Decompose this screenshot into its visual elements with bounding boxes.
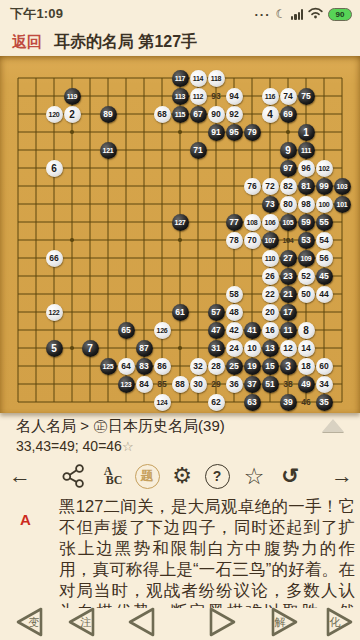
favorite-star-icon[interactable]: ☆ (240, 458, 268, 494)
stone-8: 8 (298, 322, 315, 339)
stone-44: 44 (316, 286, 333, 303)
stone-68: 68 (154, 106, 171, 123)
stone-75: 75 (298, 88, 315, 105)
letters-abc-icon[interactable]: ABC (100, 458, 128, 494)
stone-35: 35 (316, 394, 333, 411)
stone-72: 72 (262, 178, 279, 195)
stone-106: 106 (262, 214, 279, 231)
toolbar: ← ABC 题 ⚙ ? ☆ ↺ → (0, 458, 360, 494)
captured-marker-85: 85 (153, 376, 171, 393)
stone-36: 36 (226, 376, 243, 393)
stone-77: 77 (226, 214, 243, 231)
stone-91: 91 (208, 124, 225, 141)
stone-2: 2 (64, 106, 81, 123)
stone-39: 39 (280, 394, 297, 411)
captured-marker-29: 29 (207, 376, 225, 393)
prev-arrow-button[interactable]: ← (6, 458, 34, 494)
stone-89: 89 (100, 106, 117, 123)
stone-17: 17 (280, 304, 297, 321)
stone-103: 103 (334, 178, 351, 195)
status-icons: ··· ☾ 90 (254, 5, 352, 23)
captured-marker-46: 46 (297, 394, 315, 411)
stone-15: 15 (262, 358, 279, 375)
help-icon[interactable]: ? (203, 458, 231, 494)
info-panel: 名人名局 > ㊣日本历史名局(39) 33,43=49; 40=46☆ (0, 413, 360, 458)
stone-123: 123 (118, 376, 135, 393)
stone-4: 4 (262, 106, 279, 123)
stone-112: 112 (190, 88, 207, 105)
stone-20: 20 (262, 304, 279, 321)
stone-90: 90 (208, 106, 225, 123)
stone-52: 52 (298, 268, 315, 285)
stone-47: 47 (208, 322, 225, 339)
stone-113: 113 (172, 88, 189, 105)
stone-45: 45 (316, 268, 333, 285)
variation-button[interactable]: 变 (10, 602, 50, 640)
stone-111: 111 (298, 142, 315, 159)
stone-53: 53 (298, 232, 315, 249)
stone-119: 119 (64, 88, 81, 105)
stone-54: 54 (316, 232, 333, 249)
clock: 下午1:09 (10, 5, 63, 23)
stone-21: 21 (280, 286, 297, 303)
stone-63: 63 (244, 394, 261, 411)
stone-34: 34 (316, 376, 333, 393)
stone-62: 62 (208, 394, 225, 411)
stone-64: 64 (118, 358, 135, 375)
breadcrumb[interactable]: 名人名局 > ㊣日本历史名局(39) (16, 417, 346, 436)
next-arrow-button[interactable]: → (328, 458, 356, 494)
stone-124: 124 (154, 394, 171, 411)
back-button[interactable]: 返回 (12, 33, 42, 52)
stone-114: 114 (190, 70, 207, 87)
stone-32: 32 (190, 358, 207, 375)
stone-80: 80 (280, 196, 297, 213)
capture-note: 33,43=49; 40=46☆ (16, 438, 346, 454)
battery-level: 90 (336, 10, 345, 19)
stone-76: 76 (244, 178, 261, 195)
stone-121: 121 (100, 142, 117, 159)
stone-73: 73 (262, 196, 279, 213)
stone-12: 12 (280, 340, 297, 357)
stone-48: 48 (226, 304, 243, 321)
wifi-icon (308, 5, 323, 23)
next-move-button[interactable] (202, 602, 242, 640)
stone-56: 56 (316, 250, 333, 267)
stone-58: 58 (226, 286, 243, 303)
stone-10: 10 (244, 340, 261, 357)
stone-107: 107 (262, 232, 279, 249)
stone-117: 117 (172, 70, 189, 87)
stone-5: 5 (46, 340, 63, 357)
stone-83: 83 (136, 358, 153, 375)
stone-7: 7 (82, 340, 99, 357)
stone-94: 94 (226, 88, 243, 105)
stone-87: 87 (136, 340, 153, 357)
stone-3: 3 (280, 358, 297, 375)
stone-69: 69 (280, 106, 297, 123)
stone-31: 31 (208, 340, 225, 357)
notification-dots-icon: ··· (254, 7, 270, 22)
captured-marker-104: 104 (279, 232, 297, 249)
captured-marker-38: 38 (279, 376, 297, 393)
stone-125: 125 (100, 358, 117, 375)
stone-74: 74 (280, 88, 297, 105)
bottom-button-bar: 变 注 解 化 (0, 608, 360, 640)
stone-24: 24 (226, 340, 243, 357)
stone-115: 115 (172, 106, 189, 123)
settings-gear-icon[interactable]: ⚙ (168, 458, 196, 494)
stone-18: 18 (298, 358, 315, 375)
status-bar: 下午1:09 ··· ☾ 90 (0, 0, 360, 28)
stone-92: 92 (226, 106, 243, 123)
stone-86: 86 (154, 358, 171, 375)
stone-65: 65 (118, 322, 135, 339)
stone-99: 99 (316, 178, 333, 195)
stone-55: 55 (316, 214, 333, 231)
stone-27: 27 (280, 250, 297, 267)
stone-126: 126 (154, 322, 171, 339)
stone-71: 71 (190, 142, 207, 159)
stone-25: 25 (226, 358, 243, 375)
stone-9: 9 (280, 142, 297, 159)
stone-102: 102 (316, 160, 333, 177)
stone-97: 97 (280, 160, 297, 177)
stone-57: 57 (208, 304, 225, 321)
stone-100: 100 (316, 196, 333, 213)
transform-button[interactable]: 化 (319, 602, 359, 640)
go-board[interactable]: 1234567891011121314151617181920212223242… (0, 56, 360, 413)
stone-1: 1 (298, 124, 315, 141)
stone-118: 118 (208, 70, 225, 87)
stone-11: 11 (280, 322, 297, 339)
stone-16: 16 (262, 322, 279, 339)
stone-96: 96 (298, 160, 315, 177)
stone-79: 79 (244, 124, 261, 141)
stone-98: 98 (298, 196, 315, 213)
stone-61: 61 (172, 304, 189, 321)
stone-59: 59 (298, 214, 315, 231)
stone-81: 81 (298, 178, 315, 195)
stone-19: 19 (244, 358, 261, 375)
share-icon[interactable] (58, 458, 88, 494)
collapse-panel-arrow-icon[interactable] (322, 419, 344, 432)
stone-49: 49 (298, 376, 315, 393)
stone-108: 108 (244, 214, 261, 231)
stone-66: 66 (46, 250, 63, 267)
comment-marker-a: A (20, 511, 31, 528)
comment-button[interactable]: 注 (62, 602, 102, 640)
stone-6: 6 (46, 160, 63, 177)
stone-78: 78 (226, 232, 243, 249)
stone-28: 28 (208, 358, 225, 375)
answer-button[interactable]: 解 (264, 602, 304, 640)
stone-88: 88 (172, 376, 189, 393)
stone-101: 101 (334, 196, 351, 213)
stone-30: 30 (190, 376, 207, 393)
stone-120: 120 (46, 106, 63, 123)
stone-51: 51 (262, 376, 279, 393)
stone-82: 82 (280, 178, 297, 195)
stone-109: 109 (298, 250, 315, 267)
problem-icon[interactable]: 题 (133, 458, 161, 494)
stone-67: 67 (190, 106, 207, 123)
stone-14: 14 (298, 340, 315, 357)
stone-127: 127 (172, 214, 189, 231)
stone-122: 122 (46, 304, 63, 321)
stone-23: 23 (280, 268, 297, 285)
stone-13: 13 (262, 340, 279, 357)
note-star-icon: ☆ (122, 439, 134, 454)
stone-95: 95 (226, 124, 243, 141)
captured-marker-93: 93 (207, 88, 225, 105)
stone-116: 116 (262, 88, 279, 105)
battery-icon: 90 (328, 8, 352, 21)
stone-105: 105 (280, 214, 297, 231)
app-screen: 下午1:09 ··· ☾ 90 返回 耳赤的名局 第127手 123456789… (0, 0, 360, 640)
page-title: 耳赤的名局 第127手 (54, 32, 197, 53)
stone-84: 84 (136, 376, 153, 393)
do-not-disturb-moon-icon: ☾ (275, 7, 286, 21)
stone-22: 22 (262, 286, 279, 303)
stone-50: 50 (298, 286, 315, 303)
reset-icon[interactable]: ↺ (276, 458, 304, 494)
cell-signal-icon (291, 9, 303, 20)
prev-move-button[interactable] (122, 602, 162, 640)
stone-26: 26 (262, 268, 279, 285)
nav-bar: 返回 耳赤的名局 第127手 (0, 28, 360, 56)
stone-41: 41 (244, 322, 261, 339)
stone-70: 70 (244, 232, 261, 249)
stone-37: 37 (244, 376, 261, 393)
stone-42: 42 (226, 322, 243, 339)
stone-60: 60 (316, 358, 333, 375)
stone-110: 110 (262, 250, 279, 267)
